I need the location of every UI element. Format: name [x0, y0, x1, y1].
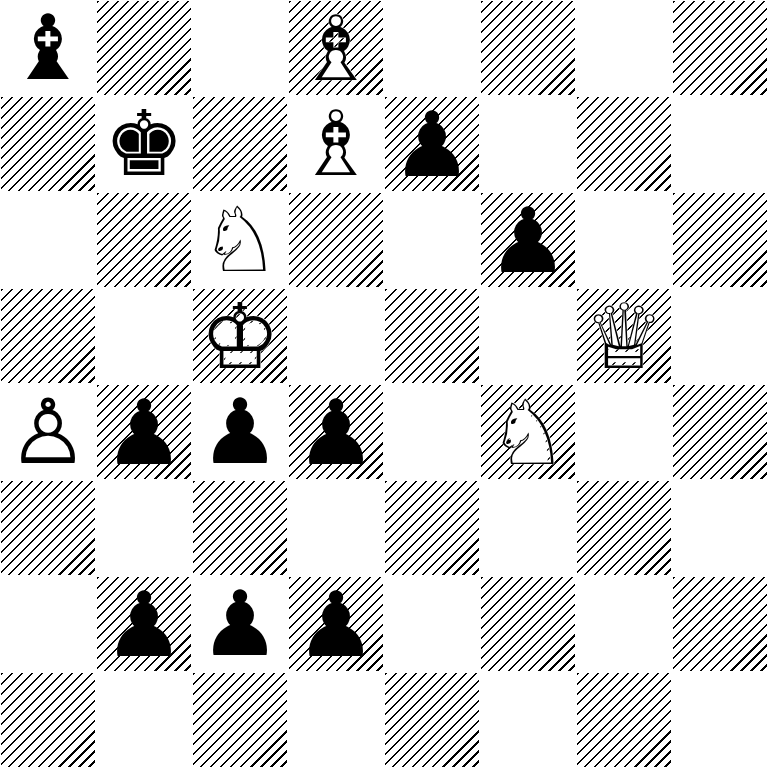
piece-black-pawn: ♟: [97, 577, 191, 671]
black-pawn-icon: ♟: [200, 384, 281, 480]
piece-black-pawn: ♟: [97, 385, 191, 479]
black-pawn-icon: ♟: [104, 577, 185, 673]
white-piece-fill-mask: ♛: [584, 289, 665, 385]
piece-white-pawn: ♟♙: [0, 384, 96, 480]
black-bishop-icon: ♝: [8, 0, 89, 96]
square-f2[interactable]: [480, 576, 576, 672]
white-piece-fill-mask: ♟: [8, 384, 89, 480]
square-h6[interactable]: [672, 192, 768, 288]
square-f5[interactable]: [480, 288, 576, 384]
square-d3[interactable]: [288, 480, 384, 576]
square-b3[interactable]: [96, 480, 192, 576]
square-e8[interactable]: [384, 0, 480, 96]
square-e6[interactable]: [384, 192, 480, 288]
square-e7[interactable]: ♟: [384, 96, 480, 192]
white-knight-icon: ♘: [200, 192, 281, 288]
square-c4[interactable]: ♟: [192, 384, 288, 480]
white-piece-fill-mask: ♝: [296, 96, 377, 192]
square-a2[interactable]: [0, 576, 96, 672]
white-piece-fill-mask: ♞: [488, 385, 569, 481]
square-a3[interactable]: [0, 480, 96, 576]
black-pawn-icon: ♟: [296, 385, 377, 481]
square-g5[interactable]: ♛♕: [576, 288, 672, 384]
piece-white-knight: ♞♘: [192, 192, 288, 288]
square-b4[interactable]: ♟: [96, 384, 192, 480]
square-d2[interactable]: ♟: [288, 576, 384, 672]
piece-black-pawn: ♟: [289, 577, 383, 671]
square-e2[interactable]: [384, 576, 480, 672]
square-b5[interactable]: [96, 288, 192, 384]
square-h7[interactable]: [672, 96, 768, 192]
square-g6[interactable]: [576, 192, 672, 288]
white-bishop-icon: ♗: [296, 96, 377, 192]
square-c3[interactable]: [192, 480, 288, 576]
square-d1[interactable]: [288, 672, 384, 768]
square-c8[interactable]: [192, 0, 288, 96]
square-g1[interactable]: [576, 672, 672, 768]
square-h8[interactable]: [672, 0, 768, 96]
square-h3[interactable]: [672, 480, 768, 576]
white-piece-fill-mask: ♚: [200, 289, 281, 385]
piece-black-king: ♚: [96, 96, 192, 192]
white-knight-icon: ♘: [488, 385, 569, 481]
square-a6[interactable]: [0, 192, 96, 288]
piece-white-knight: ♞♘: [481, 385, 575, 479]
black-pawn-icon: ♟: [296, 577, 377, 673]
square-a7[interactable]: [0, 96, 96, 192]
piece-black-pawn: ♟: [481, 193, 575, 287]
piece-white-bishop: ♝♗: [289, 1, 383, 95]
piece-black-pawn: ♟: [289, 385, 383, 479]
square-d7[interactable]: ♝♗: [288, 96, 384, 192]
square-b6[interactable]: [96, 192, 192, 288]
square-a1[interactable]: [0, 672, 96, 768]
piece-white-king: ♚♔: [193, 289, 287, 383]
black-pawn-icon: ♟: [200, 576, 281, 672]
black-king-icon: ♚: [104, 96, 185, 192]
white-king-icon: ♔: [200, 289, 281, 385]
piece-white-queen: ♛♕: [577, 289, 671, 383]
square-a8[interactable]: ♝: [0, 0, 96, 96]
white-bishop-icon: ♗: [296, 1, 377, 97]
square-b8[interactable]: [96, 0, 192, 96]
white-piece-fill-mask: ♞: [200, 192, 281, 288]
square-h4[interactable]: [672, 384, 768, 480]
piece-white-bishop: ♝♗: [288, 96, 384, 192]
white-piece-fill-mask: ♝: [296, 1, 377, 97]
square-e3[interactable]: [384, 480, 480, 576]
black-pawn-icon: ♟: [488, 193, 569, 289]
square-c6[interactable]: ♞♘: [192, 192, 288, 288]
square-c2[interactable]: ♟: [192, 576, 288, 672]
piece-black-pawn: ♟: [192, 576, 288, 672]
square-b7[interactable]: ♚: [96, 96, 192, 192]
square-g3[interactable]: [576, 480, 672, 576]
square-b2[interactable]: ♟: [96, 576, 192, 672]
white-queen-icon: ♕: [584, 289, 665, 385]
square-h2[interactable]: [672, 576, 768, 672]
chess-board: ♝♝♗♚♝♗♟♞♘♟♚♔♛♕♟♙♟♟♟♞♘♟♟♟: [0, 0, 768, 768]
square-f1[interactable]: [480, 672, 576, 768]
square-e4[interactable]: [384, 384, 480, 480]
square-g7[interactable]: [576, 96, 672, 192]
black-pawn-icon: ♟: [392, 97, 473, 193]
square-a5[interactable]: [0, 288, 96, 384]
square-c5[interactable]: ♚♔: [192, 288, 288, 384]
square-a4[interactable]: ♟♙: [0, 384, 96, 480]
square-b1[interactable]: [96, 672, 192, 768]
square-c1[interactable]: [192, 672, 288, 768]
square-g2[interactable]: [576, 576, 672, 672]
square-h1[interactable]: [672, 672, 768, 768]
square-f6[interactable]: ♟: [480, 192, 576, 288]
piece-black-pawn: ♟: [385, 97, 479, 191]
square-c7[interactable]: [192, 96, 288, 192]
piece-black-pawn: ♟: [192, 384, 288, 480]
square-f7[interactable]: [480, 96, 576, 192]
square-d6[interactable]: [288, 192, 384, 288]
square-g8[interactable]: [576, 0, 672, 96]
white-pawn-icon: ♙: [8, 384, 89, 480]
square-e1[interactable]: [384, 672, 480, 768]
square-g4[interactable]: [576, 384, 672, 480]
square-d4[interactable]: ♟: [288, 384, 384, 480]
square-f3[interactable]: [480, 480, 576, 576]
square-h5[interactable]: [672, 288, 768, 384]
square-e5[interactable]: [384, 288, 480, 384]
black-pawn-icon: ♟: [104, 385, 185, 481]
square-f4[interactable]: ♞♘: [480, 384, 576, 480]
square-d8[interactable]: ♝♗: [288, 0, 384, 96]
piece-black-bishop: ♝: [0, 0, 96, 96]
square-f8[interactable]: [480, 0, 576, 96]
square-d5[interactable]: [288, 288, 384, 384]
